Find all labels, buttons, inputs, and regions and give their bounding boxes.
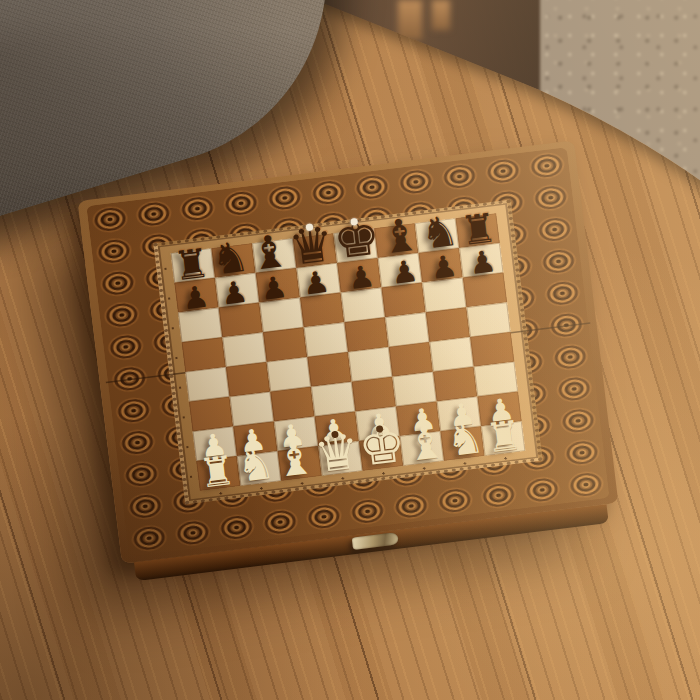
piece-white-queen-d1[interactable]: ♛ [312, 429, 362, 476]
board-pieces: ♜♞♝♛♚♝♞♜♟♟♟♟♟♟♟♟♟♟♟♟♟♟♟♟♜♞♝♛♚♝♞♜ [171, 213, 526, 491]
finial-tip [376, 425, 384, 433]
metal-clasp[interactable] [352, 532, 399, 550]
piece-white-bishop-f1[interactable]: ♝ [403, 418, 448, 464]
finial-tip [331, 431, 339, 439]
finial-tip [351, 218, 359, 226]
piece-white-rook-h1[interactable]: ♜ [481, 408, 525, 454]
piece-white-knight-b1[interactable]: ♞ [233, 439, 277, 485]
piece-white-bishop-c1[interactable]: ♝ [272, 434, 317, 480]
piece-white-king-e1[interactable]: ♚ [356, 423, 407, 470]
photo-scene: ♜♞♝♛♚♝♞♜♟♟♟♟♟♟♟♟♟♟♟♟♟♟♟♟♜♞♝♛♚♝♞♜ [0, 0, 700, 700]
chess-box-plane: ♜♞♝♛♚♝♞♜♟♟♟♟♟♟♟♟♟♟♟♟♟♟♟♟♜♞♝♛♚♝♞♜ [78, 140, 619, 563]
finial-tip [305, 223, 313, 231]
carved-chess-box[interactable]: ♜♞♝♛♚♝♞♜♟♟♟♟♟♟♟♟♟♟♟♟♟♟♟♟♜♞♝♛♚♝♞♜ [78, 140, 619, 563]
piece-white-rook-a1[interactable]: ♜ [195, 444, 239, 490]
piece-white-knight-g1[interactable]: ♞ [443, 413, 487, 459]
furniture-blur [432, 0, 450, 30]
